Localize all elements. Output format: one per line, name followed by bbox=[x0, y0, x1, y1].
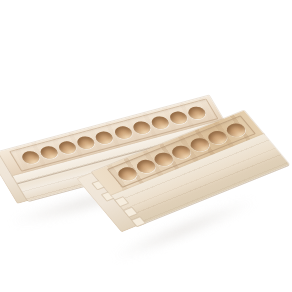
board-back-pit-2 bbox=[38, 145, 60, 161]
board-back-pit-7 bbox=[130, 120, 152, 136]
board-back-pit-1 bbox=[19, 150, 41, 166]
board-back-pit-4 bbox=[75, 135, 97, 151]
board-back-pit-6 bbox=[112, 125, 134, 141]
product-photo-scene bbox=[0, 0, 292, 292]
board-back-pit-3 bbox=[56, 140, 78, 156]
board-back-pit-9 bbox=[167, 110, 189, 126]
board-back-pit-10 bbox=[186, 105, 208, 121]
board-back-pit-5 bbox=[93, 130, 115, 146]
board-back-pit-8 bbox=[149, 115, 171, 131]
